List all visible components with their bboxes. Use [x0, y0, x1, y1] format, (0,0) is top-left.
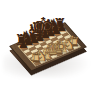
piece-white-rook[interactable]: ♜ — [31, 53, 42, 65]
chess-set-photo: ♜♞♟♝♟♚♟♛♟♝♟♞♟♟♜♟♟♜♟♟♞♟♝♟♚♟♛♟♝♟♞♜ — [0, 0, 96, 96]
piece-black-pawn[interactable]: ♟ — [18, 38, 29, 50]
